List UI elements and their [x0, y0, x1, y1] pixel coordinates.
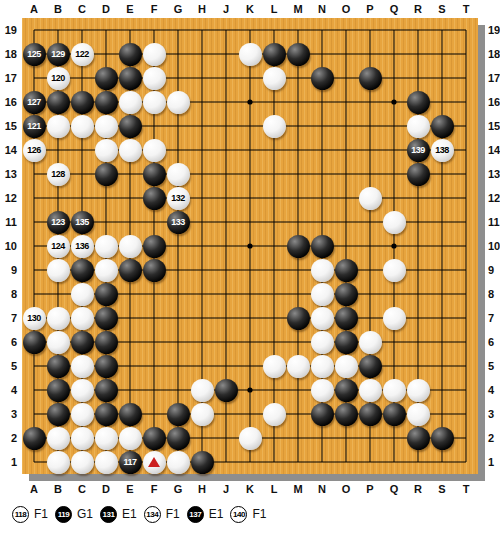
stone-black-H1[interactable]	[191, 451, 214, 474]
stone-black-O9[interactable]	[335, 259, 358, 282]
row-label-left-19: 19	[0, 23, 17, 37]
stone-white-E10[interactable]	[119, 235, 142, 258]
stone-black-O6[interactable]	[335, 331, 358, 354]
stone-white-B2[interactable]	[47, 427, 70, 450]
col-label-bottom-F: F	[146, 482, 162, 496]
stone-white-P12[interactable]	[359, 187, 382, 210]
stone-black-P17[interactable]	[359, 67, 382, 90]
stone-black-E18[interactable]	[119, 43, 142, 66]
stone-black-D16[interactable]	[95, 91, 118, 114]
stone-white-C3[interactable]	[71, 403, 94, 426]
stone-black-F9[interactable]	[143, 259, 166, 282]
stone-white-O5[interactable]	[335, 355, 358, 378]
stone-black-N10[interactable]	[311, 235, 334, 258]
row-label-right-4: 4	[488, 383, 500, 397]
stone-black-F2[interactable]	[143, 427, 166, 450]
stone-white-R15[interactable]	[407, 115, 430, 138]
stone-black-A2[interactable]	[23, 427, 46, 450]
col-label-bottom-G: G	[170, 482, 186, 496]
row-label-left-4: 4	[0, 383, 17, 397]
col-label-bottom-B: B	[50, 482, 66, 496]
stone-black-S2[interactable]	[431, 427, 454, 450]
row-label-left-2: 2	[0, 431, 17, 445]
stone-white-Q4[interactable]	[383, 379, 406, 402]
stone-white-C7[interactable]	[71, 307, 94, 330]
row-label-right-3: 3	[488, 407, 500, 421]
col-label-top-H: H	[194, 2, 210, 16]
stone-white-C8[interactable]	[71, 283, 94, 306]
col-label-bottom-S: S	[434, 482, 450, 496]
stone-black-M10[interactable]	[287, 235, 310, 258]
row-label-left-11: 11	[0, 215, 17, 229]
stone-black-D8[interactable]	[95, 283, 118, 306]
move-number: 124	[51, 241, 65, 251]
row-label-right-12: 12	[488, 191, 500, 205]
stone-black-O8[interactable]	[335, 283, 358, 306]
row-label-left-14: 14	[0, 143, 17, 157]
caption-move-circle: 118	[12, 506, 29, 523]
row-label-left-5: 5	[0, 359, 17, 373]
stone-white-B10[interactable]: 124	[47, 235, 70, 258]
col-label-top-A: A	[26, 2, 42, 16]
stone-white-L17[interactable]	[263, 67, 286, 90]
stone-white-D9[interactable]	[95, 259, 118, 282]
move-number: 132	[171, 193, 185, 203]
stone-black-A18[interactable]: 125	[23, 43, 46, 66]
stone-black-J4[interactable]	[215, 379, 238, 402]
caption-move-131: 131E1	[100, 506, 137, 523]
caption-move-point: F1	[166, 507, 180, 521]
col-label-bottom-O: O	[338, 482, 354, 496]
stone-black-C6[interactable]	[71, 331, 94, 354]
row-label-left-15: 15	[0, 119, 17, 133]
stone-black-A16[interactable]: 127	[23, 91, 46, 114]
stone-black-A6[interactable]	[23, 331, 46, 354]
stone-white-M5[interactable]	[287, 355, 310, 378]
move-number: 122	[75, 49, 89, 59]
stone-black-R13[interactable]	[407, 163, 430, 186]
caption-move-119: 119G1	[55, 506, 93, 523]
caption-move-point: G1	[77, 507, 93, 521]
col-label-top-J: J	[218, 2, 234, 16]
row-label-right-18: 18	[488, 47, 500, 61]
col-label-top-E: E	[122, 2, 138, 16]
stone-black-R16[interactable]	[407, 91, 430, 114]
col-label-bottom-K: K	[242, 482, 258, 496]
stone-white-L5[interactable]	[263, 355, 286, 378]
stone-white-A14[interactable]: 126	[23, 139, 46, 162]
stone-black-B4[interactable]	[47, 379, 70, 402]
stone-white-C4[interactable]	[71, 379, 94, 402]
row-label-left-12: 12	[0, 191, 17, 205]
row-label-right-7: 7	[488, 311, 500, 325]
stone-black-N3[interactable]	[311, 403, 334, 426]
col-label-top-D: D	[98, 2, 114, 16]
stone-white-R4[interactable]	[407, 379, 430, 402]
caption-move-118: 118F1	[12, 506, 48, 523]
col-label-top-M: M	[290, 2, 306, 16]
stone-black-D3[interactable]	[95, 403, 118, 426]
stone-white-A7[interactable]: 130	[23, 307, 46, 330]
stone-black-O3[interactable]	[335, 403, 358, 426]
stone-white-D15[interactable]	[95, 115, 118, 138]
stone-black-P5[interactable]	[359, 355, 382, 378]
stone-black-B5[interactable]	[47, 355, 70, 378]
stone-white-Q9[interactable]	[383, 259, 406, 282]
stone-white-C10[interactable]: 136	[71, 235, 94, 258]
caption-move-circle: 134	[144, 506, 161, 523]
row-label-left-9: 9	[0, 263, 17, 277]
stone-white-N6[interactable]	[311, 331, 334, 354]
stone-black-E9[interactable]	[119, 259, 142, 282]
stone-black-N17[interactable]	[311, 67, 334, 90]
caption-move-point: F1	[34, 507, 48, 521]
col-label-bottom-T: T	[458, 482, 474, 496]
stone-white-D2[interactable]	[95, 427, 118, 450]
stone-white-B1[interactable]	[47, 451, 70, 474]
stone-black-D5[interactable]	[95, 355, 118, 378]
col-label-bottom-E: E	[122, 482, 138, 496]
stone-white-C1[interactable]	[71, 451, 94, 474]
row-label-right-5: 5	[488, 359, 500, 373]
stone-black-Q3[interactable]	[383, 403, 406, 426]
stone-white-D1[interactable]	[95, 451, 118, 474]
col-label-top-N: N	[314, 2, 330, 16]
row-label-right-8: 8	[488, 287, 500, 301]
move-number: 127	[27, 97, 41, 107]
stone-white-R3[interactable]	[407, 403, 430, 426]
stone-black-D13[interactable]	[95, 163, 118, 186]
col-label-bottom-N: N	[314, 482, 330, 496]
col-label-top-K: K	[242, 2, 258, 16]
stone-white-Q11[interactable]	[383, 211, 406, 234]
stone-white-B9[interactable]	[47, 259, 70, 282]
row-label-right-17: 17	[488, 71, 500, 85]
col-label-top-S: S	[434, 2, 450, 16]
stone-white-L15[interactable]	[263, 115, 286, 138]
stone-white-D14[interactable]	[95, 139, 118, 162]
row-label-left-8: 8	[0, 287, 17, 301]
stone-black-F13[interactable]	[143, 163, 166, 186]
row-label-right-13: 13	[488, 167, 500, 181]
stone-white-Q7[interactable]	[383, 307, 406, 330]
stone-white-F1[interactable]	[143, 451, 166, 474]
stone-white-G13[interactable]	[167, 163, 190, 186]
move-number: 126	[27, 145, 41, 155]
stone-white-B15[interactable]	[47, 115, 70, 138]
stone-white-P6[interactable]	[359, 331, 382, 354]
col-label-bottom-L: L	[266, 482, 282, 496]
caption-move-134: 134F1	[144, 506, 180, 523]
caption-move-point: E1	[209, 507, 224, 521]
row-label-right-6: 6	[488, 335, 500, 349]
col-label-top-T: T	[458, 2, 474, 16]
stone-black-B3[interactable]	[47, 403, 70, 426]
row-label-right-1: 1	[488, 455, 500, 469]
caption: 118F1119G1131E1134F1137E1140F1	[12, 501, 266, 527]
caption-move-140: 140F1	[230, 506, 266, 523]
row-label-left-3: 3	[0, 407, 17, 421]
col-label-bottom-D: D	[98, 482, 114, 496]
go-diagram-page: 1251291221201271211261391381281321231351…	[0, 0, 500, 537]
row-label-right-9: 9	[488, 263, 500, 277]
row-label-left-18: 18	[0, 47, 17, 61]
col-label-top-C: C	[74, 2, 90, 16]
stone-black-F10[interactable]	[143, 235, 166, 258]
stone-white-F18[interactable]	[143, 43, 166, 66]
col-label-bottom-P: P	[362, 482, 378, 496]
stone-white-B13[interactable]: 128	[47, 163, 70, 186]
stone-black-B11[interactable]: 123	[47, 211, 70, 234]
move-number: 128	[51, 169, 65, 179]
col-label-top-O: O	[338, 2, 354, 16]
caption-move-circle: 140	[230, 506, 247, 523]
stone-white-H3[interactable]	[191, 403, 214, 426]
stone-black-R14[interactable]: 139	[407, 139, 430, 162]
stone-black-R2[interactable]	[407, 427, 430, 450]
col-label-top-F: F	[146, 2, 162, 16]
star-point	[391, 243, 396, 248]
stone-black-M18[interactable]	[287, 43, 310, 66]
row-label-right-19: 19	[488, 23, 500, 37]
col-label-bottom-M: M	[290, 482, 306, 496]
stone-white-E16[interactable]	[119, 91, 142, 114]
col-label-bottom-H: H	[194, 482, 210, 496]
stone-black-L18[interactable]	[263, 43, 286, 66]
stone-black-D4[interactable]	[95, 379, 118, 402]
stone-white-G1[interactable]	[167, 451, 190, 474]
stone-black-M7[interactable]	[287, 307, 310, 330]
star-point	[247, 99, 252, 104]
col-label-bottom-C: C	[74, 482, 90, 496]
move-number: 136	[75, 241, 89, 251]
row-label-left-17: 17	[0, 71, 17, 85]
stone-white-B17[interactable]: 120	[47, 67, 70, 90]
row-label-left-13: 13	[0, 167, 17, 181]
move-number: 117	[123, 457, 136, 467]
stone-black-D6[interactable]	[95, 331, 118, 354]
stone-black-D7[interactable]	[95, 307, 118, 330]
stone-black-O4[interactable]	[335, 379, 358, 402]
caption-move-circle: 119	[55, 506, 72, 523]
stone-black-E1[interactable]: 117	[119, 451, 142, 474]
stone-black-O7[interactable]	[335, 307, 358, 330]
caption-move-point: E1	[122, 507, 137, 521]
stone-white-B7[interactable]	[47, 307, 70, 330]
col-label-top-B: B	[50, 2, 66, 16]
stone-white-C15[interactable]	[71, 115, 94, 138]
stone-white-D10[interactable]	[95, 235, 118, 258]
star-point	[247, 387, 252, 392]
stone-white-N8[interactable]	[311, 283, 334, 306]
col-label-top-L: L	[266, 2, 282, 16]
stone-black-G2[interactable]	[167, 427, 190, 450]
stone-white-C2[interactable]	[71, 427, 94, 450]
row-label-left-6: 6	[0, 335, 17, 349]
stone-white-K2[interactable]	[239, 427, 262, 450]
move-number: 120	[51, 73, 65, 83]
stone-white-H4[interactable]	[191, 379, 214, 402]
stone-white-F17[interactable]	[143, 67, 166, 90]
stone-black-E17[interactable]	[119, 67, 142, 90]
stone-black-G11[interactable]: 133	[167, 211, 190, 234]
move-number: 123	[51, 217, 65, 227]
row-label-left-1: 1	[0, 455, 17, 469]
stone-white-K18[interactable]	[239, 43, 262, 66]
last-move-triangle-icon	[148, 457, 160, 467]
stone-white-S14[interactable]: 138	[431, 139, 454, 162]
row-label-right-16: 16	[488, 95, 500, 109]
row-label-right-2: 2	[488, 431, 500, 445]
col-label-top-R: R	[410, 2, 426, 16]
stone-black-P3[interactable]	[359, 403, 382, 426]
stone-white-G12[interactable]: 132	[167, 187, 190, 210]
stone-white-B6[interactable]	[47, 331, 70, 354]
stone-white-C5[interactable]	[71, 355, 94, 378]
stone-white-P4[interactable]	[359, 379, 382, 402]
move-number: 133	[171, 217, 185, 227]
col-label-top-Q: Q	[386, 2, 402, 16]
stone-black-C11[interactable]: 135	[71, 211, 94, 234]
stone-black-E15[interactable]	[119, 115, 142, 138]
stone-white-F14[interactable]	[143, 139, 166, 162]
stone-black-B16[interactable]	[47, 91, 70, 114]
caption-move-circle: 137	[187, 506, 204, 523]
stone-white-E14[interactable]	[119, 139, 142, 162]
move-number: 121	[27, 121, 41, 131]
stone-white-E2[interactable]	[119, 427, 142, 450]
stone-black-A15[interactable]: 121	[23, 115, 46, 138]
stone-white-L3[interactable]	[263, 403, 286, 426]
col-label-bottom-Q: Q	[386, 482, 402, 496]
move-number: 139	[411, 145, 425, 155]
star-point	[391, 99, 396, 104]
col-label-bottom-R: R	[410, 482, 426, 496]
stone-white-N5[interactable]	[311, 355, 334, 378]
stone-white-G16[interactable]	[167, 91, 190, 114]
col-label-bottom-A: A	[26, 482, 42, 496]
stone-white-N9[interactable]	[311, 259, 334, 282]
stone-white-N7[interactable]	[311, 307, 334, 330]
caption-move-point: F1	[252, 507, 266, 521]
move-number: 125	[27, 49, 41, 59]
move-number: 135	[75, 217, 89, 227]
row-label-right-10: 10	[488, 239, 500, 253]
row-label-left-16: 16	[0, 95, 17, 109]
col-label-top-P: P	[362, 2, 378, 16]
stone-black-C16[interactable]	[71, 91, 94, 114]
stone-black-S15[interactable]	[431, 115, 454, 138]
row-label-left-10: 10	[0, 239, 17, 253]
move-number: 129	[51, 49, 65, 59]
row-label-right-11: 11	[488, 215, 500, 229]
stone-white-F16[interactable]	[143, 91, 166, 114]
stone-black-B18[interactable]: 129	[47, 43, 70, 66]
stone-black-G3[interactable]	[167, 403, 190, 426]
stone-black-C9[interactable]	[71, 259, 94, 282]
stone-black-D17[interactable]	[95, 67, 118, 90]
star-point	[247, 243, 252, 248]
col-label-top-G: G	[170, 2, 186, 16]
stone-black-E3[interactable]	[119, 403, 142, 426]
move-number: 138	[435, 145, 449, 155]
row-label-left-7: 7	[0, 311, 17, 325]
stone-black-F12[interactable]	[143, 187, 166, 210]
row-label-right-14: 14	[488, 143, 500, 157]
move-number: 130	[27, 313, 41, 323]
caption-move-137: 137E1	[187, 506, 224, 523]
caption-move-circle: 131	[100, 506, 117, 523]
stone-white-C18[interactable]: 122	[71, 43, 94, 66]
row-label-right-15: 15	[488, 119, 500, 133]
go-board[interactable]: 1251291221201271211261391381281321231351…	[22, 18, 478, 474]
stone-white-N4[interactable]	[311, 379, 334, 402]
col-label-bottom-J: J	[218, 482, 234, 496]
